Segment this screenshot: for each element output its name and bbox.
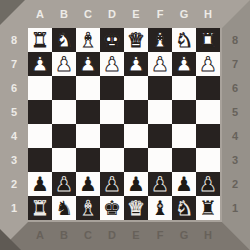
rank-label-left-3: 3	[0, 148, 28, 172]
square-f1[interactable]: ♝	[148, 196, 172, 220]
square-a5[interactable]	[28, 100, 52, 124]
chess-board[interactable]: ♜♞♝♚♛♝♞♜♟♟♟♟♟♟♟♟♟♟♟♟♟♟♟♟♜♞♝♚♛♝♞♜	[28, 28, 220, 220]
file-label-top-h: H	[196, 0, 220, 28]
rank-label-left-2: 2	[0, 172, 28, 196]
rank-label-right-4: 4	[220, 124, 250, 148]
piece-white-pawn-b7[interactable]: ♟	[55, 52, 73, 76]
piece-black-pawn-g2[interactable]: ♟	[175, 172, 193, 196]
square-b5[interactable]	[52, 100, 76, 124]
square-f4[interactable]	[148, 124, 172, 148]
piece-white-pawn-f7[interactable]: ♟	[151, 52, 169, 76]
file-label-bottom-d: D	[100, 220, 124, 250]
file-labels-top: ABCDEFGH	[28, 0, 220, 28]
file-label-top-b: B	[52, 0, 76, 28]
square-h4[interactable]	[196, 124, 220, 148]
square-g3[interactable]	[172, 148, 196, 172]
rank-label-left-1: 1	[0, 196, 28, 220]
rank-label-right-3: 3	[220, 148, 250, 172]
file-label-top-e: E	[124, 0, 148, 28]
square-h1[interactable]: ♜	[196, 196, 220, 220]
rank-label-right-2: 2	[220, 172, 250, 196]
square-g6[interactable]	[172, 76, 196, 100]
square-f6[interactable]	[148, 76, 172, 100]
square-e4[interactable]	[124, 124, 148, 148]
piece-black-pawn-c2[interactable]: ♟	[79, 172, 97, 196]
square-f5[interactable]	[148, 100, 172, 124]
piece-white-pawn-a7[interactable]: ♟	[31, 52, 49, 76]
square-h6[interactable]	[196, 76, 220, 100]
file-label-bottom-e: E	[124, 220, 148, 250]
square-c1[interactable]: ♝	[76, 196, 100, 220]
square-b3[interactable]	[52, 148, 76, 172]
square-g5[interactable]	[172, 100, 196, 124]
square-c5[interactable]	[76, 100, 100, 124]
square-e5[interactable]	[124, 100, 148, 124]
piece-black-bishop-c1[interactable]: ♝	[79, 196, 97, 220]
square-f3[interactable]	[148, 148, 172, 172]
piece-black-pawn-e2[interactable]: ♟	[127, 172, 145, 196]
piece-black-rook-h1[interactable]: ♜	[199, 196, 217, 220]
square-h7[interactable]: ♟	[196, 52, 220, 76]
piece-black-pawn-a2[interactable]: ♟	[31, 172, 49, 196]
square-h5[interactable]	[196, 100, 220, 124]
square-c4[interactable]	[76, 124, 100, 148]
piece-white-knight-g8[interactable]: ♞	[175, 28, 193, 52]
piece-white-rook-a8[interactable]: ♜	[31, 28, 49, 52]
rank-label-right-6: 6	[220, 76, 250, 100]
piece-black-queen-e1[interactable]: ♛	[127, 196, 145, 220]
square-e1[interactable]: ♛	[124, 196, 148, 220]
file-label-top-a: A	[28, 0, 52, 28]
square-e3[interactable]	[124, 148, 148, 172]
piece-black-pawn-f2[interactable]: ♟	[151, 172, 169, 196]
rank-label-right-5: 5	[220, 100, 250, 124]
square-c3[interactable]	[76, 148, 100, 172]
file-label-top-g: G	[172, 0, 196, 28]
square-g4[interactable]	[172, 124, 196, 148]
piece-white-knight-b8[interactable]: ♞	[55, 28, 73, 52]
square-d4[interactable]	[100, 124, 124, 148]
square-d2[interactable]: ♟	[100, 172, 124, 196]
square-a6[interactable]	[28, 76, 52, 100]
square-b2[interactable]: ♟	[52, 172, 76, 196]
piece-black-pawn-h2[interactable]: ♟	[199, 172, 217, 196]
rank-label-right-1: 1	[220, 196, 250, 220]
square-a8[interactable]: ♜	[28, 28, 52, 52]
square-b6[interactable]	[52, 76, 76, 100]
file-label-bottom-c: C	[76, 220, 100, 250]
square-e8[interactable]: ♛	[124, 28, 148, 52]
square-c6[interactable]	[76, 76, 100, 100]
rank-label-left-8: 8	[0, 28, 28, 52]
chess-app-window: ABCDEFGH ABCDEFGH 87654321 87654321 ♜♞♝♚…	[0, 0, 250, 250]
square-g2[interactable]: ♟	[172, 172, 196, 196]
square-g1[interactable]: ♞	[172, 196, 196, 220]
file-label-bottom-g: G	[172, 220, 196, 250]
square-d1[interactable]: ♚	[100, 196, 124, 220]
rank-labels-left: 87654321	[0, 28, 28, 220]
piece-black-knight-b1[interactable]: ♞	[55, 196, 73, 220]
square-d7[interactable]: ♟	[100, 52, 124, 76]
square-h3[interactable]	[196, 148, 220, 172]
piece-white-pawn-d7[interactable]: ♟	[103, 52, 121, 76]
piece-white-pawn-c7[interactable]: ♟	[79, 52, 97, 76]
file-label-top-c: C	[76, 0, 100, 28]
square-f7[interactable]: ♟	[148, 52, 172, 76]
rank-label-left-4: 4	[0, 124, 28, 148]
square-f8[interactable]: ♝	[148, 28, 172, 52]
piece-white-queen-e8[interactable]: ♛	[127, 28, 145, 52]
file-label-bottom-f: F	[148, 220, 172, 250]
file-label-bottom-b: B	[52, 220, 76, 250]
square-e6[interactable]	[124, 76, 148, 100]
square-b1[interactable]: ♞	[52, 196, 76, 220]
square-g7[interactable]: ♟	[172, 52, 196, 76]
square-h8[interactable]: ♜	[196, 28, 220, 52]
square-a7[interactable]: ♟	[28, 52, 52, 76]
square-f2[interactable]: ♟	[148, 172, 172, 196]
file-label-bottom-a: A	[28, 220, 52, 250]
square-h2[interactable]: ♟	[196, 172, 220, 196]
piece-black-pawn-b2[interactable]: ♟	[55, 172, 73, 196]
square-e2[interactable]: ♟	[124, 172, 148, 196]
piece-black-bishop-f1[interactable]: ♝	[151, 196, 169, 220]
file-label-top-f: F	[148, 0, 172, 28]
piece-black-pawn-d2[interactable]: ♟	[103, 172, 121, 196]
square-a1[interactable]: ♜	[28, 196, 52, 220]
rank-label-left-7: 7	[0, 52, 28, 76]
piece-white-bishop-f8[interactable]: ♝	[151, 28, 169, 52]
piece-white-rook-h8[interactable]: ♜	[199, 28, 217, 52]
rank-labels-right: 87654321	[220, 28, 250, 220]
rank-label-left-5: 5	[0, 100, 28, 124]
piece-white-pawn-e7[interactable]: ♟	[127, 52, 145, 76]
piece-white-bishop-c8[interactable]: ♝	[79, 28, 97, 52]
piece-white-pawn-g7[interactable]: ♟	[175, 52, 193, 76]
file-labels-bottom: ABCDEFGH	[28, 220, 220, 250]
square-c2[interactable]: ♟	[76, 172, 100, 196]
square-a2[interactable]: ♟	[28, 172, 52, 196]
file-label-top-d: D	[100, 0, 124, 28]
square-b4[interactable]	[52, 124, 76, 148]
square-c7[interactable]: ♟	[76, 52, 100, 76]
rank-label-right-8: 8	[220, 28, 250, 52]
piece-black-king-d1[interactable]: ♚	[103, 196, 121, 220]
square-c8[interactable]: ♝	[76, 28, 100, 52]
square-b7[interactable]: ♟	[52, 52, 76, 76]
square-a4[interactable]	[28, 124, 52, 148]
square-d5[interactable]	[100, 100, 124, 124]
square-b8[interactable]: ♞	[52, 28, 76, 52]
square-g8[interactable]: ♞	[172, 28, 196, 52]
square-d3[interactable]	[100, 148, 124, 172]
piece-black-rook-a1[interactable]: ♜	[31, 196, 49, 220]
square-d6[interactable]	[100, 76, 124, 100]
piece-white-king-d8[interactable]: ♚	[103, 28, 121, 52]
rank-label-right-7: 7	[220, 52, 250, 76]
square-a3[interactable]	[28, 148, 52, 172]
piece-black-knight-g1[interactable]: ♞	[175, 196, 193, 220]
rank-label-left-6: 6	[0, 76, 28, 100]
piece-white-pawn-h7[interactable]: ♟	[199, 52, 217, 76]
square-d8[interactable]: ♚	[100, 28, 124, 52]
square-e7[interactable]: ♟	[124, 52, 148, 76]
file-label-bottom-h: H	[196, 220, 220, 250]
